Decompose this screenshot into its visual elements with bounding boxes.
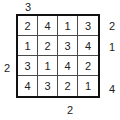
skyscrapers-puzzle: 3 2 2 1 4 2 2 4 1 3 1 2 3 4 3 1 4 2 4 3 … <box>0 0 120 120</box>
cell-r3c2: 1 <box>38 56 58 76</box>
cell-r4c2: 3 <box>38 76 58 96</box>
clue-left-row3: 2 <box>0 58 14 78</box>
cell-r2c1: 1 <box>18 36 38 56</box>
cell-r1c2: 4 <box>38 16 58 36</box>
cell-r1c3: 1 <box>58 16 78 36</box>
cell-r4c1: 4 <box>18 76 38 96</box>
cell-r2c3: 3 <box>58 36 78 56</box>
cell-r3c4: 2 <box>78 56 98 76</box>
cell-r3c3: 4 <box>58 56 78 76</box>
clue-bottom-col3: 2 <box>60 102 80 117</box>
clue-right-row4: 4 <box>105 79 119 99</box>
cell-r2c4: 4 <box>78 36 98 56</box>
cell-r4c3: 2 <box>58 76 78 96</box>
cell-r4c4: 1 <box>78 76 98 96</box>
clue-right-row2: 1 <box>105 37 119 57</box>
clue-top-col1: 3 <box>18 0 38 13</box>
cell-r2c2: 2 <box>38 36 58 56</box>
cell-r3c1: 3 <box>18 56 38 76</box>
cell-r1c4: 3 <box>78 16 98 36</box>
cell-r1c1: 2 <box>18 16 38 36</box>
puzzle-grid: 2 4 1 3 1 2 3 4 3 1 4 2 4 3 2 1 <box>16 14 100 98</box>
clue-right-row1: 2 <box>105 16 119 36</box>
